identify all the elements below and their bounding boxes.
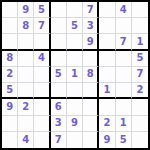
sudoku-cell-given: 5 [132, 51, 148, 67]
sudoku-cell-empty[interactable] [99, 34, 115, 50]
sudoku-cell-empty[interactable] [99, 99, 115, 115]
sudoku-cell-empty[interactable] [116, 67, 132, 83]
sudoku-cell-empty[interactable] [34, 116, 50, 132]
sudoku-cell-given: 9 [83, 34, 99, 50]
sudoku-cell-empty[interactable] [34, 99, 50, 115]
sudoku-cell-empty[interactable] [51, 51, 67, 67]
sudoku-cell-empty[interactable] [83, 99, 99, 115]
sudoku-cell-empty[interactable] [132, 18, 148, 34]
sudoku-cell-empty[interactable] [18, 83, 34, 99]
sudoku-cell-empty[interactable] [51, 2, 67, 18]
sudoku-cell-empty[interactable] [83, 51, 99, 67]
sudoku-cell-given: 9 [18, 2, 34, 18]
sudoku-cell-given: 7 [132, 67, 148, 83]
sudoku-cell-empty[interactable] [2, 116, 18, 132]
sudoku-cell-empty[interactable] [99, 67, 115, 83]
sudoku-cell-given: 2 [2, 67, 18, 83]
sudoku-board: 957487539718452518751292639214795 [0, 0, 150, 150]
sudoku-cell-empty[interactable] [34, 83, 50, 99]
sudoku-cell-empty[interactable] [51, 83, 67, 99]
sudoku-cell-empty[interactable] [99, 51, 115, 67]
sudoku-cell-empty[interactable] [99, 18, 115, 34]
sudoku-cell-empty[interactable] [18, 67, 34, 83]
sudoku-cell-given: 7 [34, 18, 50, 34]
sudoku-cell-empty[interactable] [99, 2, 115, 18]
sudoku-cell-given: 3 [51, 116, 67, 132]
sudoku-cell-given: 1 [99, 83, 115, 99]
sudoku-cell-given: 8 [18, 18, 34, 34]
sudoku-cell-given: 7 [83, 2, 99, 18]
sudoku-cell-given: 1 [132, 34, 148, 50]
sudoku-cell-empty[interactable] [83, 83, 99, 99]
sudoku-cell-empty[interactable] [132, 132, 148, 148]
sudoku-cell-empty[interactable] [34, 132, 50, 148]
sudoku-cell-empty[interactable] [132, 2, 148, 18]
sudoku-cell-empty[interactable] [83, 116, 99, 132]
sudoku-cell-empty[interactable] [18, 116, 34, 132]
sudoku-cell-empty[interactable] [116, 99, 132, 115]
sudoku-cell-given: 5 [116, 132, 132, 148]
sudoku-cell-given: 2 [99, 116, 115, 132]
sudoku-cell-empty[interactable] [116, 51, 132, 67]
sudoku-cell-empty[interactable] [51, 18, 67, 34]
sudoku-cell-given: 9 [2, 99, 18, 115]
sudoku-cell-empty[interactable] [2, 18, 18, 34]
sudoku-cell-given: 5 [34, 2, 50, 18]
sudoku-cell-empty[interactable] [67, 2, 83, 18]
sudoku-cell-given: 1 [116, 116, 132, 132]
sudoku-cell-empty[interactable] [132, 99, 148, 115]
sudoku-cell-empty[interactable] [2, 2, 18, 18]
sudoku-cell-empty[interactable] [116, 83, 132, 99]
sudoku-cell-given: 9 [67, 116, 83, 132]
sudoku-cell-given: 2 [18, 99, 34, 115]
sudoku-cell-empty[interactable] [18, 51, 34, 67]
sudoku-cell-given: 3 [83, 18, 99, 34]
sudoku-cell-empty[interactable] [67, 83, 83, 99]
sudoku-cell-empty[interactable] [67, 132, 83, 148]
sudoku-cell-given: 5 [51, 67, 67, 83]
sudoku-cell-empty[interactable] [51, 34, 67, 50]
sudoku-cell-given: 9 [99, 132, 115, 148]
sudoku-cell-empty[interactable] [67, 34, 83, 50]
sudoku-cell-given: 5 [2, 83, 18, 99]
sudoku-cell-empty[interactable] [2, 34, 18, 50]
sudoku-cell-given: 4 [34, 51, 50, 67]
sudoku-cell-given: 7 [51, 132, 67, 148]
sudoku-cell-empty[interactable] [34, 67, 50, 83]
sudoku-cell-empty[interactable] [132, 116, 148, 132]
sudoku-cell-empty[interactable] [2, 132, 18, 148]
sudoku-cell-given: 8 [2, 51, 18, 67]
sudoku-cell-given: 8 [83, 67, 99, 83]
sudoku-cell-given: 6 [51, 99, 67, 115]
sudoku-cell-empty[interactable] [67, 99, 83, 115]
sudoku-cell-given: 4 [116, 2, 132, 18]
sudoku-cell-given: 4 [18, 132, 34, 148]
sudoku-cell-given: 2 [132, 83, 148, 99]
sudoku-cell-empty[interactable] [116, 18, 132, 34]
sudoku-cell-empty[interactable] [18, 34, 34, 50]
sudoku-cell-given: 7 [116, 34, 132, 50]
sudoku-cell-empty[interactable] [34, 34, 50, 50]
sudoku-cell-empty[interactable] [83, 132, 99, 148]
sudoku-cell-empty[interactable] [67, 51, 83, 67]
sudoku-cell-given: 1 [67, 67, 83, 83]
sudoku-cell-given: 5 [67, 18, 83, 34]
